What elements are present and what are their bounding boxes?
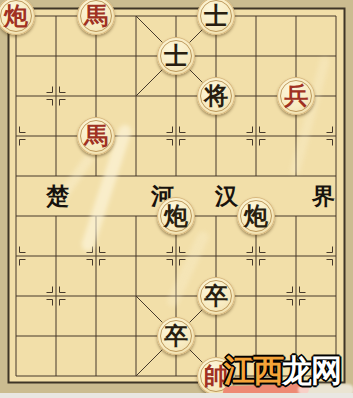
- piece-character: 兵: [284, 84, 308, 108]
- bottom-edge-strip: [0, 393, 353, 398]
- xiangqi-board[interactable]: 楚 河 汉 界 炮馬士士将兵馬炮炮卒卒帥: [0, 0, 353, 386]
- piece-character: 士: [204, 4, 228, 28]
- watermark-character: 龙: [282, 353, 311, 388]
- piece-black-soldier[interactable]: 卒: [157, 317, 195, 355]
- piece-character: 士: [164, 44, 188, 68]
- piece-character: 将: [204, 84, 228, 108]
- piece-character: 炮: [164, 204, 188, 228]
- piece-character: 卒: [164, 324, 188, 348]
- piece-black-advisor[interactable]: 士: [157, 37, 195, 75]
- watermark-character: 网: [311, 353, 340, 388]
- piece-character: 卒: [204, 284, 228, 308]
- piece-character: 炮: [4, 4, 28, 28]
- watermark-character: 西: [253, 353, 282, 388]
- piece-red-horse[interactable]: 馬: [77, 117, 115, 155]
- piece-black-cannon[interactable]: 炮: [157, 197, 195, 235]
- river-label-han-jie: 汉 界: [215, 181, 353, 212]
- piece-character: 炮: [244, 204, 268, 228]
- piece-character: 馬: [84, 124, 108, 148]
- site-watermark: 江西龙网: [224, 350, 340, 392]
- piece-black-cannon[interactable]: 炮: [237, 197, 275, 235]
- watermark-character: 江: [224, 353, 253, 388]
- piece-black-soldier[interactable]: 卒: [197, 277, 235, 315]
- piece-red-soldier[interactable]: 兵: [277, 77, 315, 115]
- piece-black-general[interactable]: 将: [197, 77, 235, 115]
- xiangqi-game-screen: 楚 河 汉 界 炮馬士士将兵馬炮炮卒卒帥 江西龙网: [0, 0, 353, 398]
- piece-character: 馬: [84, 4, 108, 28]
